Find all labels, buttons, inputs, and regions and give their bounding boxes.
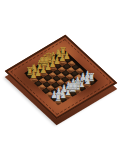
silver-rook: ♜ — [53, 92, 63, 103]
square-r7c7: ♜ — [54, 99, 63, 106]
product-photo: ♜♟♟♜♞♟♟♞♝♟♟♝♛♟♟♛♚♟♟♚♝♟♟♝♞♟♟♞♜♟♟♜ — [0, 0, 120, 144]
board-grid: ♜♟♟♜♞♟♟♞♝♟♟♝♛♟♟♛♚♟♟♚♝♟♟♝♞♟♟♞♜♟♟♜ — [26, 53, 96, 106]
piece-glyph: ♜ — [55, 92, 63, 103]
gold-pawn: ♟ — [30, 71, 39, 81]
piece-glyph: ♟ — [31, 71, 38, 81]
playing-field: ♜♟♟♜♞♟♟♞♝♟♟♝♛♟♟♛♚♟♟♚♝♟♟♝♞♟♟♞♜♟♟♜ — [24, 50, 97, 105]
chess-board: ♜♟♟♜♞♟♟♞♝♟♟♝♛♟♟♛♚♟♟♚♝♟♟♝♞♟♟♞♜♟♟♜ — [5, 35, 118, 119]
